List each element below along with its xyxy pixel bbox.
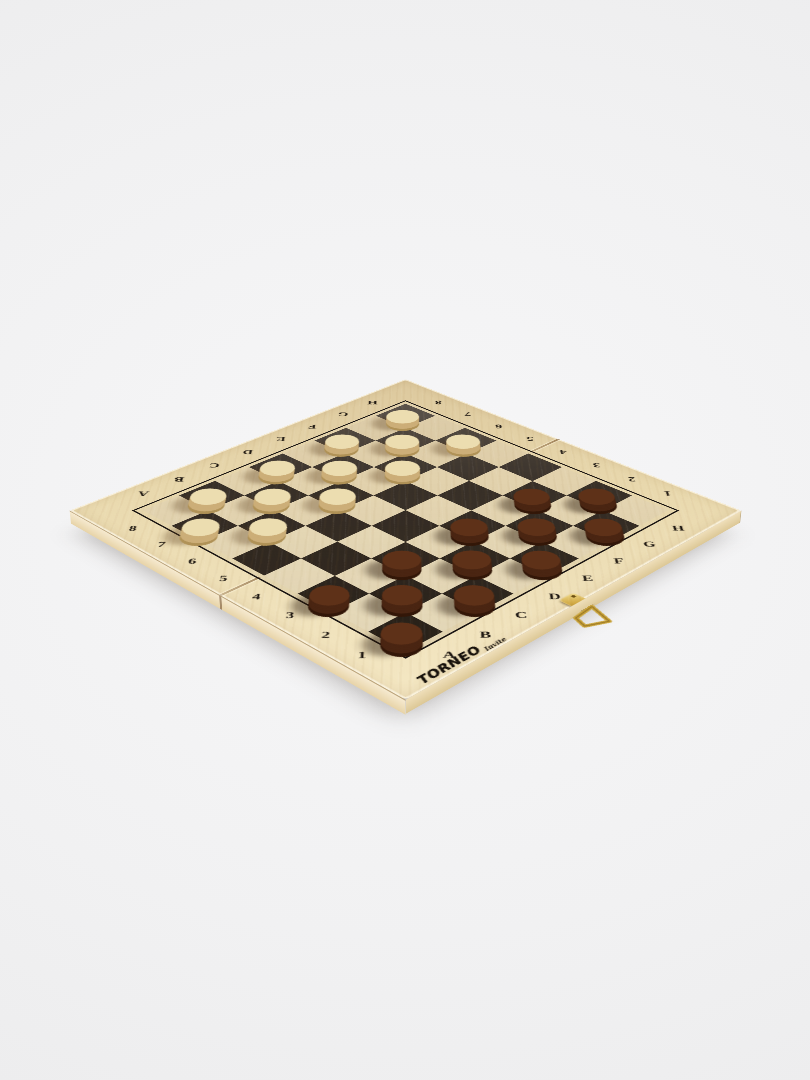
- board-square[interactable]: [301, 541, 370, 575]
- board-square[interactable]: ●: [572, 510, 639, 541]
- board-square[interactable]: [264, 558, 335, 593]
- board-square[interactable]: [337, 525, 405, 558]
- checker-piece-dark[interactable]: ●: [441, 542, 508, 575]
- board-square[interactable]: ●: [369, 575, 441, 612]
- rank-label: 7: [134, 533, 188, 555]
- board-square[interactable]: ●: [297, 575, 369, 612]
- checker-piece-dark[interactable]: ●: [442, 576, 512, 611]
- checker-piece-dark[interactable]: ●: [371, 542, 438, 575]
- board-square[interactable]: [305, 510, 372, 541]
- fold-seam-edge: [219, 595, 222, 609]
- board-square[interactable]: ●: [441, 575, 513, 612]
- folding-chessboard: 87654321 87654321 HGFEDCBA HGFEDCBA ●●●●…: [69, 379, 741, 700]
- rank-label: 3: [261, 602, 316, 628]
- board-square[interactable]: ●: [367, 611, 442, 651]
- rank-label: 2: [297, 621, 352, 648]
- file-labels-near-edge: HGFEDCBA: [411, 512, 710, 674]
- board-square[interactable]: [405, 525, 473, 558]
- checker-piece-dark[interactable]: ●: [574, 510, 638, 540]
- board-square[interactable]: ●: [438, 510, 505, 541]
- rank-label: 8: [105, 517, 159, 538]
- rank-labels-near-edge: 87654321: [100, 512, 399, 674]
- checker-piece-dark[interactable]: ●: [370, 576, 440, 611]
- checker-piece-dark[interactable]: ●: [507, 510, 571, 540]
- checker-piece-dark[interactable]: ●: [510, 542, 577, 575]
- board-square[interactable]: ●: [440, 541, 509, 575]
- board-square[interactable]: ●: [505, 510, 572, 541]
- rank-label: 6: [164, 549, 219, 572]
- board-frame: 87654321 87654321 HGFEDCBA HGFEDCBA ●●●●…: [69, 379, 741, 700]
- checker-piece-light[interactable]: ●: [172, 510, 237, 540]
- board-square[interactable]: ●: [171, 510, 238, 541]
- checker-piece-dark[interactable]: ●: [440, 510, 505, 540]
- board-square[interactable]: [372, 510, 439, 541]
- board-square[interactable]: [476, 558, 547, 593]
- board-fold-seam-near: [219, 576, 260, 595]
- rank-label: 1: [333, 641, 389, 669]
- rank-label: 4: [228, 584, 283, 609]
- board-square[interactable]: [473, 525, 541, 558]
- board-square[interactable]: [331, 593, 405, 631]
- board-square[interactable]: [541, 525, 609, 558]
- checker-piece-light[interactable]: ●: [239, 510, 304, 540]
- rank-label: 5: [195, 566, 250, 590]
- board-square[interactable]: ●: [238, 510, 305, 541]
- board-square[interactable]: [405, 558, 476, 593]
- board-square[interactable]: [269, 525, 337, 558]
- board-square[interactable]: [334, 558, 405, 593]
- board-square[interactable]: ●: [509, 541, 578, 575]
- checker-piece-dark[interactable]: ●: [298, 576, 368, 611]
- board-square[interactable]: ●: [370, 541, 439, 575]
- board-square[interactable]: [231, 541, 300, 575]
- checker-piece-dark[interactable]: ●: [369, 612, 442, 650]
- board-square[interactable]: [405, 593, 479, 631]
- board-square[interactable]: [201, 525, 269, 558]
